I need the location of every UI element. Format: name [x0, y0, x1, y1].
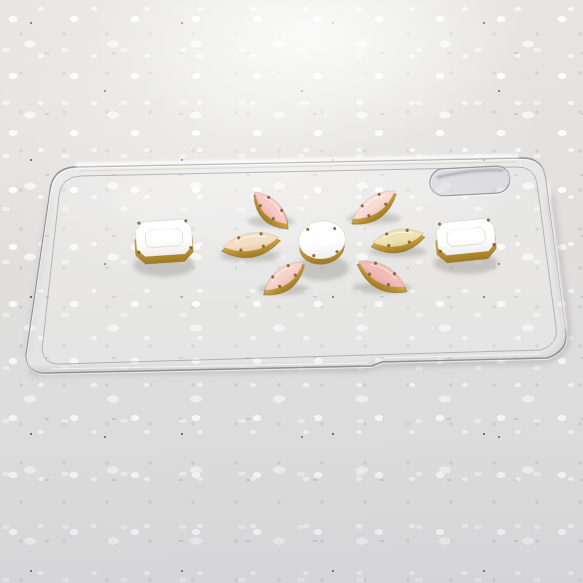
right-rectangle-gem — [434, 217, 498, 274]
photo-clear-phone-case: Transparent hard phone case with a rhine… — [0, 0, 583, 583]
camera-cutout — [429, 165, 511, 197]
scene-drawing — [0, 0, 583, 583]
left-rectangle-gem — [133, 218, 194, 277]
